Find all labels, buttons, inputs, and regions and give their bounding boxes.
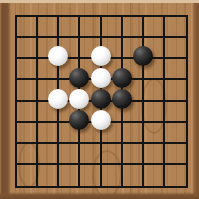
- board-cell: [102, 144, 123, 165]
- board-cell: [38, 123, 59, 144]
- board-cell: [80, 165, 101, 186]
- board-cell: [144, 102, 165, 123]
- white-stone: [91, 110, 111, 130]
- board-cell: [38, 17, 59, 38]
- black-stone: [91, 89, 111, 109]
- board-cell: [165, 165, 186, 186]
- board-cell: [123, 123, 144, 144]
- white-stone: [91, 68, 111, 88]
- board-cell: [165, 17, 186, 38]
- board-cell: [102, 17, 123, 38]
- board-cell: [59, 165, 80, 186]
- white-stone: [69, 89, 89, 109]
- board-cell: [123, 17, 144, 38]
- black-stone: [112, 89, 132, 109]
- board-cell: [144, 17, 165, 38]
- board-edge-bottom-shadow: [0, 192, 199, 199]
- board-cell: [17, 144, 38, 165]
- board-cell: [123, 144, 144, 165]
- board-cell: [59, 17, 80, 38]
- board-cell: [38, 165, 59, 186]
- board-cell: [165, 123, 186, 144]
- board-cell: [144, 165, 165, 186]
- board-cell: [144, 80, 165, 101]
- board-cell: [59, 144, 80, 165]
- board-edge-right-shadow: [192, 2, 199, 199]
- board-cell: [144, 123, 165, 144]
- white-stone: [48, 46, 68, 66]
- board-cell: [165, 144, 186, 165]
- board-cell: [38, 144, 59, 165]
- board-cell: [17, 38, 38, 59]
- board-cell: [17, 80, 38, 101]
- board-cell: [17, 102, 38, 123]
- board-cell: [17, 165, 38, 186]
- black-stone: [112, 68, 132, 88]
- white-stone: [91, 46, 111, 66]
- board-cell: [165, 80, 186, 101]
- board-edge-left-shadow: [0, 2, 11, 199]
- board-edge-top-highlight: [0, 0, 199, 3]
- board-cell: [123, 165, 144, 186]
- board-cell: [165, 38, 186, 59]
- board-cell: [80, 144, 101, 165]
- board-cell: [17, 59, 38, 80]
- board-cell: [144, 144, 165, 165]
- black-stone: [69, 68, 89, 88]
- board-cell: [165, 102, 186, 123]
- board-cell: [102, 165, 123, 186]
- board-cell: [80, 17, 101, 38]
- go-board-widget: [0, 0, 199, 199]
- board-cell: [17, 123, 38, 144]
- board-cell: [17, 17, 38, 38]
- board-cell: [165, 59, 186, 80]
- white-stone: [48, 89, 68, 109]
